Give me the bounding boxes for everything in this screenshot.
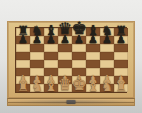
square-a5 [16, 52, 30, 60]
drop-shadow [4, 99, 138, 105]
square-f6 [86, 44, 100, 52]
square-c1: ♝ [44, 84, 58, 92]
square-g1: ♞ [100, 84, 114, 92]
square-g4 [100, 60, 114, 68]
square-g6 [100, 44, 114, 52]
square-a8: ♜ [16, 28, 30, 36]
board-frame: ♜♞♝♛♚♝♞♜♟♟♟♟♟♟♟♟♟♟♟♟♟♟♟♟♜♞♝♛♚♝♞♜ [7, 21, 135, 98]
square-e2: ♟ [72, 76, 86, 84]
square-g8: ♞ [100, 28, 114, 36]
square-f4 [86, 60, 100, 68]
square-f5 [86, 52, 100, 60]
photo-canvas: ♜♞♝♛♚♝♞♜♟♟♟♟♟♟♟♟♟♟♟♟♟♟♟♟♜♞♝♛♚♝♞♜ [0, 0, 142, 113]
square-f8: ♝ [86, 28, 100, 36]
black-queen: ♛ [58, 21, 72, 37]
square-h6 [114, 44, 128, 52]
square-a4 [16, 60, 30, 68]
square-e8: ♚ [72, 28, 86, 36]
square-c8: ♝ [44, 28, 58, 36]
square-b5 [30, 52, 44, 60]
square-h7: ♟ [114, 36, 128, 44]
square-h4 [114, 60, 128, 68]
square-e7: ♟ [72, 36, 86, 44]
chess-box: ♜♞♝♛♚♝♞♜♟♟♟♟♟♟♟♟♟♟♟♟♟♟♟♟♜♞♝♛♚♝♞♜ [7, 21, 135, 106]
square-d7: ♟ [58, 36, 72, 44]
square-a3 [16, 68, 30, 76]
square-c7: ♟ [44, 36, 58, 44]
square-e4 [72, 60, 86, 68]
square-b6 [30, 44, 44, 52]
square-f3 [86, 68, 100, 76]
square-c6 [44, 44, 58, 52]
square-a2: ♟ [16, 76, 30, 84]
square-d4 [58, 60, 72, 68]
square-c4 [44, 60, 58, 68]
square-g2: ♟ [100, 76, 114, 84]
square-b8: ♞ [30, 28, 44, 36]
square-f2: ♟ [86, 76, 100, 84]
square-h5 [114, 52, 128, 60]
black-bishop: ♝ [45, 23, 58, 37]
square-h2: ♟ [114, 76, 128, 84]
square-d2: ♟ [58, 76, 72, 84]
square-c2: ♟ [44, 76, 58, 84]
square-d3 [58, 68, 72, 76]
square-e1: ♚ [72, 84, 86, 92]
square-c5 [44, 52, 58, 60]
square-f7: ♟ [86, 36, 100, 44]
square-b3 [30, 68, 44, 76]
square-b2: ♟ [30, 76, 44, 84]
square-d6 [58, 44, 72, 52]
black-king: ♚ [71, 20, 86, 37]
square-e5 [72, 52, 86, 60]
square-a6 [16, 44, 30, 52]
square-h8: ♜ [114, 28, 128, 36]
square-h3 [114, 68, 128, 76]
square-b1: ♞ [30, 84, 44, 92]
square-d1: ♛ [58, 84, 72, 92]
square-g7: ♟ [100, 36, 114, 44]
square-d5 [58, 52, 72, 60]
square-e3 [72, 68, 86, 76]
square-b7: ♟ [30, 36, 44, 44]
square-h1: ♜ [114, 84, 128, 92]
square-b4 [30, 60, 44, 68]
square-a7: ♟ [16, 36, 30, 44]
square-a1: ♜ [16, 84, 30, 92]
square-e6 [72, 44, 86, 52]
square-g5 [100, 52, 114, 60]
chess-board: ♜♞♝♛♚♝♞♜♟♟♟♟♟♟♟♟♟♟♟♟♟♟♟♟♜♞♝♛♚♝♞♜ [15, 27, 127, 93]
square-f1: ♝ [86, 84, 100, 92]
black-bishop: ♝ [87, 23, 100, 37]
square-d8: ♛ [58, 28, 72, 36]
square-c3 [44, 68, 58, 76]
square-g3 [100, 68, 114, 76]
